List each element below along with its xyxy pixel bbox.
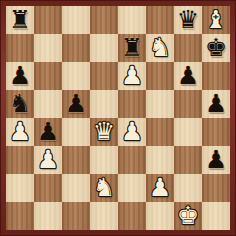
square-b8[interactable] [34,6,62,34]
square-c8[interactable] [62,6,90,34]
white-pawn[interactable]: ♟ [37,146,59,174]
square-a7[interactable] [6,34,34,62]
black-rook[interactable]: ♜ [121,34,143,62]
black-pawn[interactable]: ♟ [37,118,59,146]
white-queen[interactable]: ♛ [93,118,115,146]
square-h7[interactable]: ♚ [202,34,230,62]
white-bishop[interactable]: ♝ [205,6,227,34]
square-g6[interactable]: ♟ [174,62,202,90]
square-c1[interactable] [62,202,90,230]
square-h2[interactable] [202,174,230,202]
square-f6[interactable] [146,62,174,90]
square-c2[interactable] [62,174,90,202]
square-b5[interactable] [34,90,62,118]
black-pawn[interactable]: ♟ [205,90,227,118]
square-f7[interactable]: ♞ [146,34,174,62]
square-d8[interactable] [90,6,118,34]
black-pawn[interactable]: ♟ [9,62,31,90]
white-pawn[interactable]: ♟ [149,174,171,202]
square-d3[interactable] [90,146,118,174]
square-g2[interactable] [174,174,202,202]
square-d6[interactable] [90,62,118,90]
board-frame: ♜♛♝♜♞♚♟♟♟♞♟♟♟♟♛♟♟♟♞♟♚ [0,0,236,236]
square-c7[interactable] [62,34,90,62]
square-e1[interactable] [118,202,146,230]
square-b3[interactable]: ♟ [34,146,62,174]
square-e6[interactable]: ♟ [118,62,146,90]
white-knight[interactable]: ♞ [149,34,171,62]
square-a5[interactable]: ♞ [6,90,34,118]
square-d7[interactable] [90,34,118,62]
square-b7[interactable] [34,34,62,62]
square-e7[interactable]: ♜ [118,34,146,62]
black-pawn[interactable]: ♟ [65,90,87,118]
chess-board: ♜♛♝♜♞♚♟♟♟♞♟♟♟♟♛♟♟♟♞♟♚ [6,6,230,230]
square-f5[interactable] [146,90,174,118]
square-c5[interactable]: ♟ [62,90,90,118]
white-pawn[interactable]: ♟ [9,118,31,146]
square-h4[interactable] [202,118,230,146]
square-e8[interactable] [118,6,146,34]
square-b6[interactable] [34,62,62,90]
black-knight[interactable]: ♞ [9,90,31,118]
square-e2[interactable] [118,174,146,202]
square-b1[interactable] [34,202,62,230]
square-f8[interactable] [146,6,174,34]
square-h5[interactable]: ♟ [202,90,230,118]
square-g3[interactable] [174,146,202,174]
square-g5[interactable] [174,90,202,118]
square-e3[interactable] [118,146,146,174]
square-e5[interactable] [118,90,146,118]
square-g8[interactable]: ♛ [174,6,202,34]
square-h8[interactable]: ♝ [202,6,230,34]
white-knight[interactable]: ♞ [93,174,115,202]
square-e4[interactable]: ♟ [118,118,146,146]
square-a4[interactable]: ♟ [6,118,34,146]
square-c3[interactable] [62,146,90,174]
square-f1[interactable] [146,202,174,230]
square-g4[interactable] [174,118,202,146]
square-a2[interactable] [6,174,34,202]
square-f2[interactable]: ♟ [146,174,174,202]
square-b2[interactable] [34,174,62,202]
square-f4[interactable] [146,118,174,146]
black-rook[interactable]: ♜ [9,6,31,34]
square-d4[interactable]: ♛ [90,118,118,146]
square-c4[interactable] [62,118,90,146]
square-d1[interactable] [90,202,118,230]
square-d5[interactable] [90,90,118,118]
black-king[interactable]: ♚ [205,34,227,62]
square-a3[interactable] [6,146,34,174]
square-g7[interactable] [174,34,202,62]
square-d2[interactable]: ♞ [90,174,118,202]
black-pawn[interactable]: ♟ [205,146,227,174]
square-a8[interactable]: ♜ [6,6,34,34]
square-a1[interactable] [6,202,34,230]
white-pawn[interactable]: ♟ [121,118,143,146]
square-h1[interactable] [202,202,230,230]
square-g1[interactable]: ♚ [174,202,202,230]
white-king[interactable]: ♚ [177,202,199,230]
square-b4[interactable]: ♟ [34,118,62,146]
square-a6[interactable]: ♟ [6,62,34,90]
square-f3[interactable] [146,146,174,174]
square-h6[interactable] [202,62,230,90]
white-pawn[interactable]: ♟ [121,62,143,90]
square-h3[interactable]: ♟ [202,146,230,174]
black-pawn[interactable]: ♟ [177,62,199,90]
square-c6[interactable] [62,62,90,90]
black-queen[interactable]: ♛ [177,6,199,34]
